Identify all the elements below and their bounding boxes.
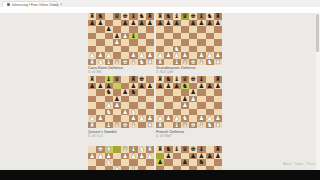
black-rook: ♜ [157,146,163,152]
white-bishop: ♝ [174,122,180,128]
white-knight: ♞ [139,146,145,152]
white-rook: ♜ [215,122,221,128]
square: ♛ [113,59,121,66]
black-rook: ♜ [131,76,137,82]
black-knight: ♞ [182,83,188,89]
white-rook: ♜ [147,59,153,65]
black-pawn: ♟ [131,20,137,26]
black-bishop: ♝ [199,146,205,152]
black-pawn: ♟ [166,153,172,159]
square: ♚ [189,59,197,66]
white-king: ♚ [98,146,104,152]
footer-links[interactable]: About · Terms · Privacy [283,162,317,165]
white-queen: ♛ [182,59,188,65]
white-pawn: ♟ [215,52,221,58]
black-pawn: ♟ [199,83,205,89]
chess-board-queens-gambit[interactable]: ♜♝♛♜♚♟♟♟♟♟♟♞♟♞♟♟♟♞♟♞♟♟♟♟♟♜♝♛♚♝♜ [88,76,154,128]
square [164,122,172,129]
new-tab-button[interactable]: + [60,1,62,5]
square: ♝ [197,122,205,129]
white-pawn: ♟ [215,115,221,121]
black-rook: ♜ [215,146,221,152]
white-bishop: ♝ [199,59,205,65]
white-king: ♚ [122,122,128,128]
white-pawn: ♟ [131,153,137,159]
black-pawn: ♟ [190,20,196,26]
black-rook: ♜ [157,13,163,19]
black-knight: ♞ [139,13,145,19]
black-pawn: ♟ [207,83,213,89]
square: ♜ [146,59,154,66]
chess-board-scandinavian[interactable]: ♜♞♝♛♚♝♞♜♟♟♟♟♟♟♟♞♟♟♟♟♟♟♟♜♝♛♚♝♞♜ [156,13,222,65]
square: ♜ [88,59,96,66]
white-pawn: ♟ [199,52,205,58]
square: ♝ [105,122,113,129]
opening-moves: 3. e5 Bf5 [88,70,101,73]
square: ♞ [206,59,214,66]
black-bishop: ♝ [131,33,137,39]
white-bishop: ♝ [131,122,137,128]
white-bishop: ♝ [199,122,205,128]
black-bishop: ♝ [199,13,205,19]
black-bishop: ♝ [199,76,205,82]
black-pawn: ♟ [166,20,172,26]
black-knight: ♞ [166,76,172,82]
white-queen: ♛ [114,59,120,65]
square: ♟ [146,153,154,160]
black-rook: ♜ [215,13,221,19]
black-king: ♚ [190,146,196,152]
square: ♜ [214,59,222,66]
white-pawn: ♟ [106,52,112,58]
black-pawn: ♟ [157,83,163,89]
white-knight: ♞ [182,115,188,121]
black-pawn: ♟ [122,89,128,95]
white-pawn: ♟ [114,39,120,45]
square: ♟ [113,39,121,46]
black-pawn: ♟ [207,20,213,26]
square: ♝ [173,122,181,129]
opening-moves: 4. e5 Nfd7 [156,134,172,137]
black-pawn: ♟ [147,20,153,26]
white-pawn: ♟ [157,115,163,121]
white-pawn: ♟ [207,52,213,58]
black-pawn: ♟ [199,153,205,159]
chess-board-sicilian[interactable]: ♜♞♝♛♚♝♜♟♟♟♟♟♟♟♞♞♟♞♟♟♟♟♟♟♜♝♛♚♝♜ [156,146,222,170]
white-rook: ♜ [147,122,153,128]
square: ♟ [181,102,189,109]
black-pawn: ♟ [190,153,196,159]
white-pawn: ♟ [147,52,153,58]
white-rook: ♜ [157,122,163,128]
black-queen: ♛ [182,76,188,82]
white-pawn: ♟ [89,115,95,121]
black-pawn: ♟ [215,153,221,159]
white-bishop: ♝ [131,146,137,152]
white-knight: ♞ [98,59,104,65]
black-pawn: ♟ [157,159,163,165]
square: ♛ [181,122,189,129]
black-pawn: ♟ [98,20,104,26]
square: ♜ [156,122,164,129]
black-bishop: ♝ [131,13,137,19]
white-knight: ♞ [207,122,213,128]
white-pawn: ♟ [106,102,112,108]
square: ♜ [88,122,96,129]
white-pawn: ♟ [190,96,196,102]
black-pawn: ♟ [207,153,213,159]
black-knight: ♞ [199,159,205,165]
square: ♚ [121,122,129,129]
white-bishop: ♝ [131,59,137,65]
scrollbar-thumb[interactable] [316,14,319,52]
white-knight: ♞ [106,109,112,115]
black-pawn: ♟ [131,83,137,89]
white-pawn: ♟ [166,52,172,58]
white-pawn: ♟ [98,115,104,121]
black-king: ♚ [190,76,196,82]
white-bishop: ♝ [174,59,180,65]
black-king: ♚ [190,13,196,19]
black-pawn: ♟ [190,89,196,95]
white-queen: ♛ [122,146,128,152]
black-pawn: ♟ [89,20,95,26]
white-king: ♚ [190,59,196,65]
black-pawn: ♟ [166,83,172,89]
black-bishop: ♝ [174,13,180,19]
square: ♛ [181,146,189,153]
white-pawn: ♟ [174,52,180,58]
white-pawn: ♟ [122,153,128,159]
black-pawn: ♟ [215,83,221,89]
white-rook: ♜ [147,146,153,152]
square: ♟ [113,166,121,171]
black-king: ♚ [122,13,128,19]
white-pawn: ♟ [131,115,137,121]
square [164,59,172,66]
white-bishop: ♝ [106,122,112,128]
white-pawn: ♟ [182,102,188,108]
black-knight: ♞ [131,89,137,95]
white-pawn: ♟ [182,52,188,58]
white-knight: ♞ [131,109,137,115]
black-pawn: ♟ [114,96,120,102]
page-content: ♜♞♛♚♝♞♜♟♟♟♟♟♟♟♟♟♝♟♟♟♟♟♟♟♜♞♝♛♚♝♞♜ ♜♞♝♛♚♝♞… [0,13,320,170]
white-pawn: ♟ [114,102,120,108]
black-pawn: ♟ [98,83,104,89]
letterbox-bar [0,170,320,180]
black-bishop: ♝ [174,146,180,152]
black-rook: ♜ [89,13,95,19]
black-pawn: ♟ [139,83,145,89]
white-pawn: ♟ [114,166,120,170]
white-rook: ♜ [89,59,95,65]
black-rook: ♜ [215,76,221,82]
square [138,122,146,129]
square: ♝ [173,59,181,66]
screenshot: lichess.org • Free Online Chess ✕ + ← → … [0,0,320,180]
square: ♟ [113,102,121,109]
white-pawn: ♟ [122,33,128,39]
white-pawn: ♟ [147,153,153,159]
chess-board-caro-kann[interactable]: ♜♞♛♚♝♞♜♟♟♟♟♟♟♟♟♟♝♟♟♟♟♟♟♟♜♞♝♛♚♝♞♜ [88,13,154,65]
black-rook: ♜ [147,13,153,19]
square: ♝ [105,59,113,66]
white-pawn: ♟ [98,153,104,159]
black-king: ♚ [139,76,145,82]
black-rook: ♜ [89,76,95,82]
white-knight: ♞ [207,59,213,65]
white-rook: ♜ [106,146,112,152]
white-pawn: ♟ [199,115,205,121]
black-pawn: ♟ [106,26,112,32]
black-knight: ♞ [106,89,112,95]
white-queen: ♛ [182,122,188,128]
black-pawn: ♟ [182,159,188,165]
square: ♝ [129,122,137,129]
black-pawn: ♟ [147,83,153,89]
white-pawn: ♟ [139,115,145,121]
square: ♚ [189,122,197,129]
black-bishop: ♝ [106,76,112,82]
white-pawn: ♟ [89,153,95,159]
chess-board-italian[interactable]: ♚♜♛♝♞♜♟♟♟♟♟♟♟♞♟♝♟♝♞♟♟♟♟♟♟♟♜♞♚♛♝♜ [88,146,154,170]
white-rook: ♜ [215,59,221,65]
black-bishop: ♝ [174,76,180,82]
white-pawn: ♟ [106,153,112,159]
black-pawn: ♟ [106,83,112,89]
black-knight: ♞ [207,13,213,19]
white-pawn: ♟ [122,109,128,115]
square [96,122,104,129]
white-king: ♚ [122,59,128,65]
square: ♛ [113,76,121,83]
black-pawn: ♟ [182,96,188,102]
black-queen: ♛ [182,146,188,152]
square: ♝ [129,59,137,66]
black-pawn: ♟ [122,20,128,26]
white-bishop: ♝ [131,166,137,170]
black-pawn: ♟ [174,20,180,26]
white-pawn: ♟ [139,153,145,159]
square: ♜ [156,59,164,66]
black-pawn: ♟ [114,33,120,39]
white-pawn: ♟ [166,115,172,121]
white-king: ♚ [190,122,196,128]
white-pawn: ♟ [147,115,153,121]
black-queen: ♛ [182,13,188,19]
black-pawn: ♟ [174,83,180,89]
black-pawn: ♟ [89,83,95,89]
white-pawn: ♟ [131,52,137,58]
black-knight: ♞ [166,146,172,152]
browser-window: lichess.org • Free Online Chess ✕ + ← → … [0,0,320,170]
black-pawn: ♟ [157,20,163,26]
square: ♚ [121,59,129,66]
white-pawn: ♟ [89,52,95,58]
square: ♜ [214,122,222,129]
black-pawn: ♟ [199,20,205,26]
square: ♞ [138,59,146,66]
black-rook: ♜ [157,76,163,82]
white-pawn: ♟ [139,52,145,58]
square: ♛ [181,13,189,20]
opening-moves: 3. Nc3 Qd8 [156,70,173,73]
black-knight: ♞ [166,13,172,19]
square: ♛ [181,59,189,66]
square: ♛ [113,122,121,129]
black-queen: ♛ [114,76,120,82]
black-pawn: ♟ [215,20,221,26]
white-queen: ♛ [114,122,120,128]
white-pawn: ♟ [207,115,213,121]
white-pawn: ♟ [174,115,180,121]
opening-name[interactable]: French Defense [156,130,184,134]
white-rook: ♜ [89,122,95,128]
square: ♛ [113,13,121,20]
white-pawn: ♟ [157,52,163,58]
black-pawn: ♟ [139,20,145,26]
white-bishop: ♝ [106,59,112,65]
opening-moves: 5. e3 O-O [88,134,103,137]
white-rook: ♜ [157,59,163,65]
opening-name[interactable]: Queen's Gambit [88,130,116,134]
square: ♜ [146,122,154,129]
white-pawn: ♟ [98,52,104,58]
chess-board-french[interactable]: ♜♞♝♛♚♝♜♟♟♟♞♟♟♟♟♟♟♟♟♟♟♞♟♟♟♜♝♛♚♝♞♜ [156,76,222,128]
square: ♞ [96,59,104,66]
black-knight: ♞ [98,13,104,19]
white-knight: ♞ [139,59,145,65]
white-knight: ♞ [174,46,180,52]
black-queen: ♛ [114,13,120,19]
square: ♝ [197,59,205,66]
square: ♞ [206,122,214,129]
white-knight: ♞ [106,159,112,165]
